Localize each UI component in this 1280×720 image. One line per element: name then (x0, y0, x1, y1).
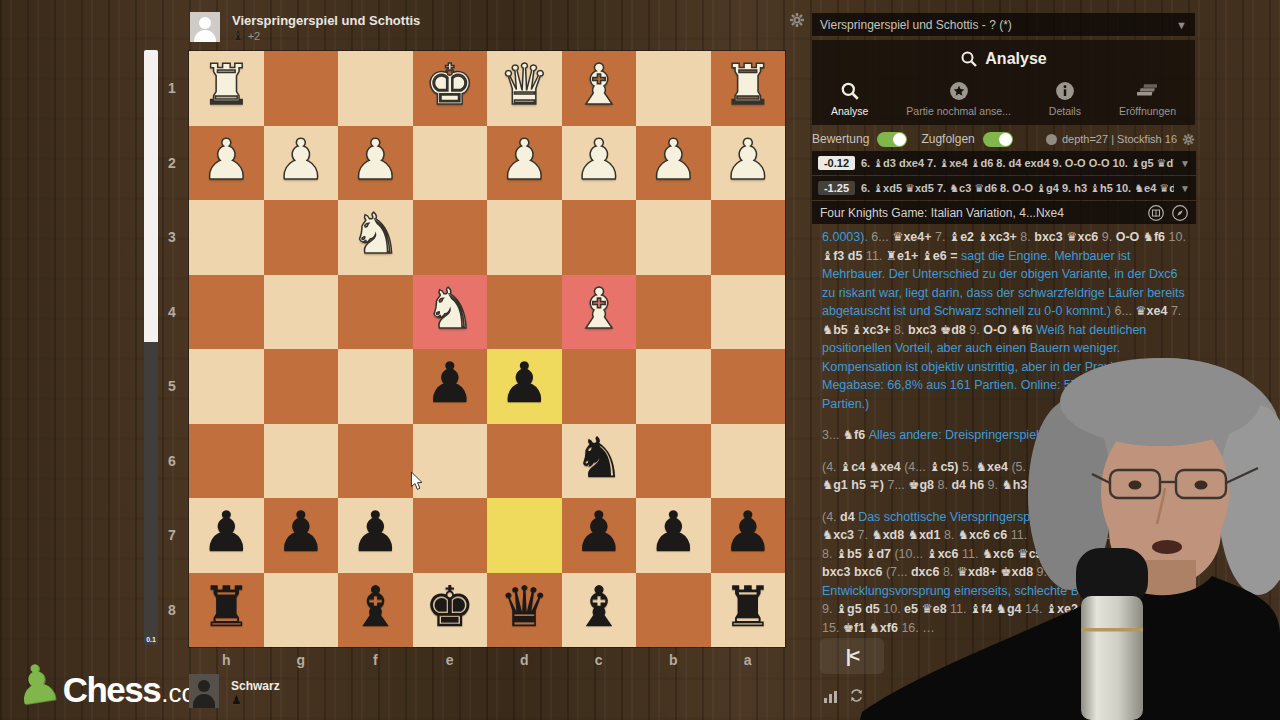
white-pawn-f2[interactable]: ♟ (350, 132, 400, 188)
square-e2[interactable] (413, 126, 488, 201)
opening-name: Four Knights Game: Italian Variation, 4.… (820, 206, 1064, 220)
square-g4[interactable] (264, 275, 339, 350)
white-bishop-c4[interactable]: ♝ (574, 281, 624, 337)
player-avatar (189, 674, 219, 708)
square-e8[interactable]: ♚ (413, 573, 488, 648)
black-rook-a8[interactable]: ♜ (723, 579, 773, 635)
square-c8[interactable]: ♝ (562, 573, 637, 648)
square-d7[interactable] (487, 498, 562, 573)
square-g6[interactable] (264, 424, 339, 499)
black-pawn-b7[interactable]: ♟ (648, 504, 698, 560)
square-h3[interactable] (189, 200, 264, 275)
magnifier-icon (960, 50, 978, 68)
square-b1[interactable] (636, 51, 711, 126)
black-pawn-d5[interactable]: ♟ (499, 355, 549, 411)
white-pawn-g2[interactable]: ♟ (276, 132, 326, 188)
dropdown-label: Vierspringerspiel und Schottis - ? (*) (820, 18, 1012, 32)
square-a1[interactable]: ♜ (711, 51, 786, 126)
square-a2[interactable]: ♟ (711, 126, 786, 201)
engine-line-moves[interactable]: 6. ♝xd5 ♛xd5 7. ♞c3 ♛d6 8. O-O ♝g4 9. h3… (861, 182, 1174, 195)
bewertung-toggle[interactable] (877, 132, 907, 147)
black-pawn-g7[interactable]: ♟ (276, 504, 326, 560)
chevron-down-icon[interactable]: ▼ (1180, 158, 1190, 169)
tab-details[interactable]: Details (1049, 81, 1081, 117)
square-h7[interactable]: ♟ (189, 498, 264, 573)
black-pawn-f7[interactable]: ♟ (350, 504, 400, 560)
square-h2[interactable]: ♟ (189, 126, 264, 201)
black-king-e8[interactable]: ♚ (425, 579, 475, 635)
square-a3[interactable] (711, 200, 786, 275)
white-rook-h1[interactable]: ♜ (201, 57, 251, 113)
star-circle-icon (949, 81, 969, 101)
explorer-compass-icon[interactable] (1172, 205, 1188, 221)
square-e7[interactable] (413, 498, 488, 573)
books-icon (1137, 81, 1157, 101)
square-e3[interactable] (413, 200, 488, 275)
analysis-card: Analyse Analyse Partie nochmal anse... D… (812, 40, 1195, 125)
analysis-toolbar: Bewertung Zugfolgen depth=27 | Stockfish… (812, 130, 1195, 148)
square-b7[interactable]: ♟ (636, 498, 711, 573)
square-f1[interactable] (338, 51, 413, 126)
chevron-down-icon: ▼ (1176, 19, 1187, 31)
square-f4[interactable] (338, 275, 413, 350)
engine-line-2[interactable]: -1.25 6. ♝xd5 ♛xd5 7. ♞c3 ♛d6 8. O-O ♝g4… (812, 176, 1196, 200)
white-queen-d1[interactable]: ♛ (499, 57, 549, 113)
analysis-title: Analyse (812, 50, 1195, 68)
toggle-label-bewertung: Bewertung (812, 132, 869, 146)
white-pawn-a2[interactable]: ♟ (723, 132, 773, 188)
engine-line-1[interactable]: -0.12 6. ♝d3 dxe4 7. ♝xe4 ♝d6 8. d4 exd4… (812, 151, 1196, 175)
square-e1[interactable]: ♚ (413, 51, 488, 126)
eval-badge: -1.25 (818, 181, 855, 195)
plus-count: +2 (248, 30, 261, 42)
square-b6[interactable] (636, 424, 711, 499)
square-c3[interactable] (562, 200, 637, 275)
white-knight-f3[interactable]: ♞ (350, 206, 400, 262)
square-h8[interactable]: ♜ (189, 573, 264, 648)
square-h6[interactable] (189, 424, 264, 499)
white-rook-a1[interactable]: ♜ (723, 57, 773, 113)
player-name: Schwarz (231, 679, 280, 693)
square-b3[interactable] (636, 200, 711, 275)
black-pawn-c7[interactable]: ♟ (574, 504, 624, 560)
white-pawn-h2[interactable]: ♟ (201, 132, 251, 188)
square-a8[interactable]: ♜ (711, 573, 786, 648)
square-b8[interactable] (636, 573, 711, 648)
square-d1[interactable]: ♛ (487, 51, 562, 126)
rank-labels: 12345678 (160, 51, 184, 647)
avatar (190, 12, 220, 42)
tab-analyse[interactable]: Analyse (831, 81, 868, 117)
engine-settings-gear-icon[interactable] (1182, 133, 1195, 146)
square-d3[interactable] (487, 200, 562, 275)
square-a6[interactable] (711, 424, 786, 499)
toggle-label-zugfolgen: Zugfolgen (921, 132, 974, 146)
square-f2[interactable]: ♟ (338, 126, 413, 201)
square-c5[interactable] (562, 349, 637, 424)
square-a7[interactable]: ♟ (711, 498, 786, 573)
square-f5[interactable] (338, 349, 413, 424)
black-pawn-e5[interactable]: ♟ (425, 355, 475, 411)
bishop-icon: ♝ (232, 28, 244, 43)
chess-board[interactable]: ♜♚♛♝♜♟♟♟♟♟♟♟♞♞♝♟♟♞♟♟♟♟♟♟♜♝♚♛♝♜ (189, 51, 785, 647)
square-b2[interactable]: ♟ (636, 126, 711, 201)
square-f8[interactable]: ♝ (338, 573, 413, 648)
file-labels: hgfedcba (189, 648, 785, 672)
square-g2[interactable]: ♟ (264, 126, 339, 201)
square-g3[interactable] (264, 200, 339, 275)
square-c4[interactable]: ♝ (562, 275, 637, 350)
square-a5[interactable] (711, 349, 786, 424)
black-bishop-c8[interactable]: ♝ (574, 579, 624, 635)
square-g8[interactable] (264, 573, 339, 648)
square-a4[interactable] (711, 275, 786, 350)
green-pawn-icon: ♟ (11, 661, 63, 708)
tab-openings[interactable]: Eröffnungen (1119, 81, 1176, 117)
webcam-overlay (860, 340, 1280, 720)
square-e4[interactable]: ♞ (413, 275, 488, 350)
square-d5[interactable]: ♟ (487, 349, 562, 424)
black-queen-d8[interactable]: ♛ (499, 579, 549, 635)
square-b4[interactable] (636, 275, 711, 350)
book-icon[interactable] (1148, 205, 1164, 221)
black-pawn-h7[interactable]: ♟ (201, 504, 251, 560)
chevron-down-icon[interactable]: ▼ (1180, 183, 1190, 194)
square-d2[interactable]: ♟ (487, 126, 562, 201)
black-knight-c6[interactable]: ♞ (574, 430, 624, 486)
white-king-e1[interactable]: ♚ (425, 57, 475, 113)
square-h1[interactable]: ♜ (189, 51, 264, 126)
black-rook-h8[interactable]: ♜ (201, 579, 251, 635)
game-title: Vierspringerspiel und Schottis (232, 13, 420, 28)
evaluation-value: 0.1 (144, 636, 158, 643)
white-pawn-c2[interactable]: ♟ (574, 132, 624, 188)
zugfolgen-toggle[interactable] (983, 132, 1013, 147)
square-c1[interactable]: ♝ (562, 51, 637, 126)
tab-bar: Analyse Partie nochmal anse... Details (812, 81, 1195, 117)
engine-info: depth=27 | Stockfish 16 (1062, 133, 1177, 145)
magnifier-icon (840, 81, 860, 101)
chesscom-logo[interactable]: ♟ Chess .com (14, 664, 218, 710)
eval-badge: -0.12 (818, 156, 855, 170)
square-b5[interactable] (636, 349, 711, 424)
evaluation-bar-white (144, 50, 158, 342)
engine-line-moves[interactable]: 6. ♝d3 dxe4 7. ♝xe4 ♝d6 8. d4 exd4 9. O-… (861, 157, 1174, 170)
footer-icons (824, 688, 864, 703)
square-d6[interactable] (487, 424, 562, 499)
game-subtitle: ♝ +2 (232, 28, 260, 43)
square-c2[interactable]: ♟ (562, 126, 637, 201)
square-f7[interactable]: ♟ (338, 498, 413, 573)
square-g7[interactable]: ♟ (264, 498, 339, 573)
square-c6[interactable]: ♞ (562, 424, 637, 499)
info-icon (1055, 81, 1075, 101)
stats-bars-icon[interactable] (824, 691, 837, 703)
square-c7[interactable]: ♟ (562, 498, 637, 573)
white-pawn-d2[interactable]: ♟ (499, 132, 549, 188)
square-g5[interactable] (264, 349, 339, 424)
opening-name-row[interactable]: Four Knights Game: Italian Variation, 4.… (812, 201, 1196, 224)
white-bishop-c1[interactable]: ♝ (574, 57, 624, 113)
white-pawn-b2[interactable]: ♟ (648, 132, 698, 188)
mouse-cursor (408, 472, 426, 492)
square-d4[interactable] (487, 275, 562, 350)
game-selector-dropdown[interactable]: Vierspringerspiel und Schottis - ? (*) ▼ (812, 13, 1195, 36)
square-f3[interactable]: ♞ (338, 200, 413, 275)
square-h5[interactable] (189, 349, 264, 424)
square-g1[interactable] (264, 51, 339, 126)
black-pawn-a7[interactable]: ♟ (723, 504, 773, 560)
square-h4[interactable] (189, 275, 264, 350)
engine-status-icon (1046, 134, 1057, 145)
white-knight-e4[interactable]: ♞ (425, 281, 475, 337)
evaluation-bar: 0.1 (144, 50, 158, 645)
black-bishop-f8[interactable]: ♝ (350, 579, 400, 635)
square-f6[interactable] (338, 424, 413, 499)
square-e5[interactable]: ♟ (413, 349, 488, 424)
tab-game-review[interactable]: Partie nochmal anse... (906, 81, 1010, 117)
black-pawn-icon: ♟ (231, 693, 242, 707)
square-d8[interactable]: ♛ (487, 573, 562, 648)
settings-gear-icon[interactable] (789, 12, 805, 28)
